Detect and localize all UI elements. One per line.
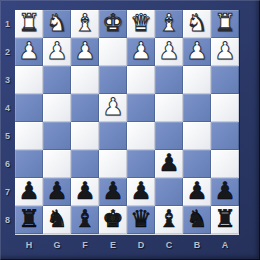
white-queen-piece[interactable]: ♛: [127, 10, 155, 38]
square-b7[interactable]: ♟: [183, 178, 211, 206]
square-g6[interactable]: [43, 150, 71, 178]
black-queen-piece[interactable]: ♛: [127, 206, 155, 234]
rank-label-6: 6: [0, 150, 15, 178]
square-e3[interactable]: [99, 66, 127, 94]
rank-label-2: 2: [0, 38, 15, 66]
square-h2[interactable]: ♟: [15, 38, 43, 66]
square-h7[interactable]: ♟: [15, 178, 43, 206]
square-h4[interactable]: [15, 94, 43, 122]
square-g4[interactable]: [43, 94, 71, 122]
board: ♜♞♝♚♛♝♞♜♟♟♟♟♟♟♟♟♟♟♟♟♟♟♟♟♜♞♝♚♛♝♞♜: [15, 10, 239, 234]
file-label-c: C: [155, 237, 183, 253]
black-rook-piece[interactable]: ♜: [211, 206, 239, 234]
black-pawn-piece[interactable]: ♟: [211, 178, 239, 206]
square-h8[interactable]: ♜: [15, 206, 43, 234]
black-pawn-piece[interactable]: ♟: [15, 178, 43, 206]
square-f8[interactable]: ♝: [71, 206, 99, 234]
square-g8[interactable]: ♞: [43, 206, 71, 234]
square-f5[interactable]: [71, 122, 99, 150]
square-b8[interactable]: ♞: [183, 206, 211, 234]
square-b3[interactable]: [183, 66, 211, 94]
square-g2[interactable]: ♟: [43, 38, 71, 66]
black-pawn-piece[interactable]: ♟: [43, 178, 71, 206]
white-knight-piece[interactable]: ♞: [183, 10, 211, 38]
file-label-f: F: [71, 237, 99, 253]
white-pawn-piece[interactable]: ♟: [211, 38, 239, 66]
file-label-g: G: [43, 237, 71, 253]
rank-label-5: 5: [0, 122, 15, 150]
square-c7[interactable]: [155, 178, 183, 206]
square-a6[interactable]: [211, 150, 239, 178]
square-h3[interactable]: [15, 66, 43, 94]
white-pawn-piece[interactable]: ♟: [71, 38, 99, 66]
square-c5[interactable]: [155, 122, 183, 150]
square-a2[interactable]: ♟: [211, 38, 239, 66]
square-g5[interactable]: [43, 122, 71, 150]
black-knight-piece[interactable]: ♞: [43, 206, 71, 234]
white-pawn-piece[interactable]: ♟: [15, 38, 43, 66]
white-knight-piece[interactable]: ♞: [43, 10, 71, 38]
black-pawn-piece[interactable]: ♟: [155, 150, 183, 178]
rank-label-4: 4: [0, 94, 15, 122]
file-label-a: A: [211, 237, 239, 253]
square-f1[interactable]: ♝: [71, 10, 99, 38]
square-f6[interactable]: [71, 150, 99, 178]
rank-label-1: 1: [0, 10, 15, 38]
square-a7[interactable]: ♟: [211, 178, 239, 206]
rank-label-3: 3: [0, 66, 15, 94]
white-pawn-piece[interactable]: ♟: [127, 38, 155, 66]
square-f7[interactable]: ♟: [71, 178, 99, 206]
rank-label-8: 8: [0, 206, 15, 234]
square-c2[interactable]: ♟: [155, 38, 183, 66]
square-c8[interactable]: ♝: [155, 206, 183, 234]
black-king-piece[interactable]: ♚: [99, 206, 127, 234]
white-pawn-piece[interactable]: ♟: [43, 38, 71, 66]
black-pawn-piece[interactable]: ♟: [99, 178, 127, 206]
square-b4[interactable]: [183, 94, 211, 122]
square-e2[interactable]: [99, 38, 127, 66]
file-label-b: B: [183, 237, 211, 253]
square-c1[interactable]: ♝: [155, 10, 183, 38]
white-pawn-piece[interactable]: ♟: [99, 94, 127, 122]
file-label-e: E: [99, 237, 127, 253]
square-e8[interactable]: ♚: [99, 206, 127, 234]
square-c4[interactable]: [155, 94, 183, 122]
square-f3[interactable]: [71, 66, 99, 94]
square-d3[interactable]: [127, 66, 155, 94]
black-bishop-piece[interactable]: ♝: [71, 206, 99, 234]
white-pawn-piece[interactable]: ♟: [183, 38, 211, 66]
white-bishop-piece[interactable]: ♝: [71, 10, 99, 38]
square-d5[interactable]: [127, 122, 155, 150]
square-g3[interactable]: [43, 66, 71, 94]
black-bishop-piece[interactable]: ♝: [155, 206, 183, 234]
file-label-d: D: [127, 237, 155, 253]
rank-labels: 12345678: [0, 10, 15, 234]
square-e5[interactable]: [99, 122, 127, 150]
chess-board-frame: 12345678 ♜♞♝♚♛♝♞♜♟♟♟♟♟♟♟♟♟♟♟♟♟♟♟♟♜♞♝♚♛♝♞…: [0, 0, 260, 260]
square-a4[interactable]: [211, 94, 239, 122]
square-f4[interactable]: [71, 94, 99, 122]
square-a8[interactable]: ♜: [211, 206, 239, 234]
rank-label-7: 7: [0, 178, 15, 206]
square-g7[interactable]: ♟: [43, 178, 71, 206]
black-knight-piece[interactable]: ♞: [183, 206, 211, 234]
white-rook-piece[interactable]: ♜: [211, 10, 239, 38]
square-c6[interactable]: ♟: [155, 150, 183, 178]
square-g1[interactable]: ♞: [43, 10, 71, 38]
black-pawn-piece[interactable]: ♟: [71, 178, 99, 206]
black-pawn-piece[interactable]: ♟: [183, 178, 211, 206]
black-pawn-piece[interactable]: ♟: [127, 178, 155, 206]
square-e1[interactable]: ♚: [99, 10, 127, 38]
square-h5[interactable]: [15, 122, 43, 150]
square-d6[interactable]: [127, 150, 155, 178]
square-d4[interactable]: [127, 94, 155, 122]
square-d2[interactable]: ♟: [127, 38, 155, 66]
white-pawn-piece[interactable]: ♟: [155, 38, 183, 66]
white-rook-piece[interactable]: ♜: [15, 10, 43, 38]
file-labels: HGFEDCBA: [15, 237, 239, 253]
square-e4[interactable]: ♟: [99, 94, 127, 122]
file-label-h: H: [15, 237, 43, 253]
square-d8[interactable]: ♛: [127, 206, 155, 234]
black-rook-piece[interactable]: ♜: [15, 206, 43, 234]
square-a5[interactable]: [211, 122, 239, 150]
square-e6[interactable]: [99, 150, 127, 178]
square-h6[interactable]: [15, 150, 43, 178]
square-b1[interactable]: ♞: [183, 10, 211, 38]
square-b6[interactable]: [183, 150, 211, 178]
square-d1[interactable]: ♛: [127, 10, 155, 38]
square-d7[interactable]: ♟: [127, 178, 155, 206]
square-c3[interactable]: [155, 66, 183, 94]
square-f2[interactable]: ♟: [71, 38, 99, 66]
square-a1[interactable]: ♜: [211, 10, 239, 38]
square-b2[interactable]: ♟: [183, 38, 211, 66]
white-bishop-piece[interactable]: ♝: [155, 10, 183, 38]
square-a3[interactable]: [211, 66, 239, 94]
square-h1[interactable]: ♜: [15, 10, 43, 38]
square-b5[interactable]: [183, 122, 211, 150]
square-e7[interactable]: ♟: [99, 178, 127, 206]
white-king-piece[interactable]: ♚: [99, 10, 127, 38]
